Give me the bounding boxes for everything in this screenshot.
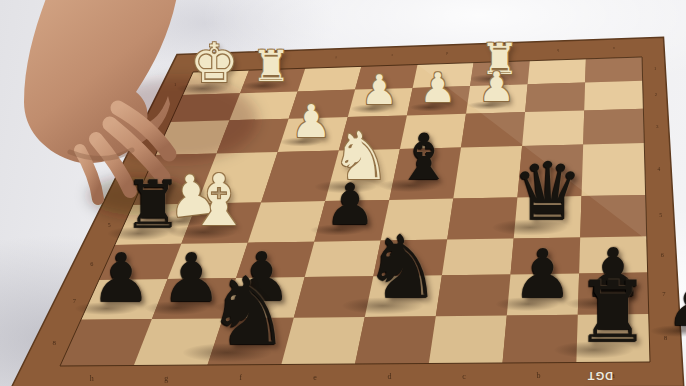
player-hand <box>0 0 686 386</box>
photo-stage: hgfedcbahgfedcba8765432187654321 ♚♜♜♟♟♟♟… <box>0 0 686 386</box>
